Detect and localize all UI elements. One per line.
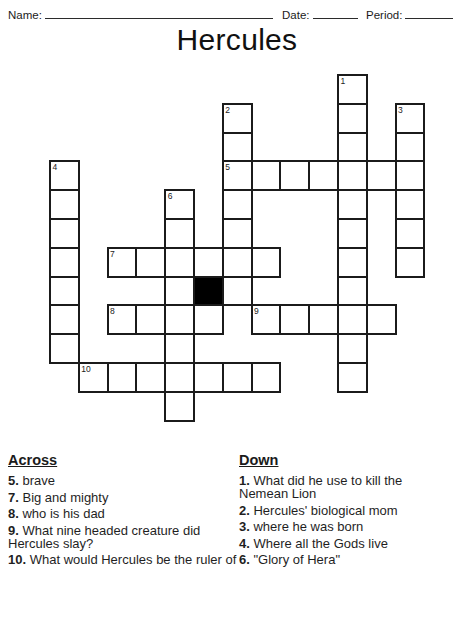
- clue-text: Big and mighty: [22, 490, 108, 505]
- clue-text: What did he use to kill the Nemean Lion: [239, 473, 402, 501]
- crossword-cell[interactable]: [395, 247, 426, 278]
- clue-number: 4.: [239, 536, 250, 551]
- crossword-cell[interactable]: [337, 333, 368, 364]
- crossword-cell[interactable]: [337, 189, 368, 220]
- crossword-cell[interactable]: 2: [222, 103, 253, 134]
- clue-text: "Glory of Hera": [253, 552, 340, 567]
- clue-number: 3.: [239, 519, 250, 534]
- date-label: Date:: [282, 9, 310, 21]
- crossword-cell[interactable]: 3: [395, 103, 426, 134]
- clue-text: who is his dad: [22, 506, 104, 521]
- crossword-cell[interactable]: [193, 362, 224, 393]
- cell-clue-number: 10: [81, 364, 90, 374]
- crossword-cell[interactable]: [337, 103, 368, 134]
- crossword-cell[interactable]: [49, 218, 80, 249]
- name-label: Name:: [8, 9, 42, 21]
- clue-number: 5.: [8, 473, 19, 488]
- crossword-cell[interactable]: [49, 189, 80, 220]
- name-field: Name:: [8, 7, 273, 21]
- name-blank-line[interactable]: [45, 7, 273, 19]
- clue-text: What would Hercules be the ruler of: [30, 552, 237, 567]
- down-clue-list: 1. What did he use to kill the Nemean Li…: [239, 474, 455, 566]
- crossword-black-cell: [193, 276, 224, 307]
- date-blank-line[interactable]: [313, 7, 358, 19]
- crossword-cell[interactable]: [135, 304, 166, 335]
- crossword-cell[interactable]: [49, 304, 80, 335]
- crossword-cell[interactable]: [49, 247, 80, 278]
- clue-number: 6.: [239, 552, 250, 567]
- down-header: Down: [239, 452, 455, 468]
- crossword-cell[interactable]: [164, 333, 195, 364]
- clue-down-6: 6. "Glory of Hera": [239, 553, 455, 566]
- crossword-cell[interactable]: [366, 304, 397, 335]
- crossword-cell[interactable]: [222, 218, 253, 249]
- crossword-cell[interactable]: [337, 362, 368, 393]
- crossword-cell[interactable]: 10: [78, 362, 109, 393]
- period-blank-line[interactable]: [405, 7, 453, 19]
- crossword-cell[interactable]: [279, 160, 310, 191]
- cell-clue-number: 9: [254, 306, 259, 316]
- crossword-cell[interactable]: [337, 132, 368, 163]
- crossword-cell[interactable]: [395, 132, 426, 163]
- cell-clue-number: 5: [225, 162, 230, 172]
- period-field: Period:: [366, 7, 453, 21]
- crossword-cell[interactable]: [395, 218, 426, 249]
- across-clue-list: 5. brave7. Big and mighty8. who is his d…: [8, 474, 238, 566]
- crossword-cell[interactable]: [222, 276, 253, 307]
- clue-text: where he was born: [253, 519, 363, 534]
- crossword-cell[interactable]: [49, 333, 80, 364]
- across-header: Across: [8, 452, 238, 468]
- crossword-cell[interactable]: [395, 160, 426, 191]
- cell-clue-number: 8: [110, 306, 115, 316]
- clue-across-10: 10. What would Hercules be the ruler of: [8, 553, 238, 566]
- crossword-cell[interactable]: [164, 218, 195, 249]
- cell-clue-number: 2: [225, 105, 230, 115]
- crossword-cell[interactable]: 7: [107, 247, 138, 278]
- cell-clue-number: 1: [341, 76, 346, 86]
- clue-number: 10.: [8, 552, 26, 567]
- crossword-cell[interactable]: [222, 189, 253, 220]
- crossword-grid: 12345678910: [50, 75, 425, 422]
- crossword-cell[interactable]: [222, 132, 253, 163]
- clue-down-1: 1. What did he use to kill the Nemean Li…: [239, 474, 455, 500]
- crossword-cell[interactable]: [193, 247, 224, 278]
- crossword-cell[interactable]: [337, 247, 368, 278]
- crossword-cell[interactable]: 5: [222, 160, 253, 191]
- crossword-cell[interactable]: [395, 189, 426, 220]
- crossword-worksheet: Name: Date: Period: Hercules 12345678910…: [0, 0, 474, 629]
- cell-clue-number: 4: [53, 162, 58, 172]
- period-label: Period:: [366, 9, 402, 21]
- crossword-cell[interactable]: [49, 276, 80, 307]
- crossword-cell[interactable]: [222, 247, 253, 278]
- crossword-cell[interactable]: [251, 362, 282, 393]
- crossword-cell[interactable]: [337, 276, 368, 307]
- crossword-cell[interactable]: [251, 247, 282, 278]
- crossword-cell[interactable]: [164, 362, 195, 393]
- crossword-cell[interactable]: [135, 247, 166, 278]
- cell-clue-number: 6: [168, 191, 173, 201]
- crossword-cell[interactable]: [366, 160, 397, 191]
- across-clues-section: Across 5. brave7. Big and mighty8. who i…: [8, 452, 238, 570]
- crossword-cell[interactable]: [308, 304, 339, 335]
- crossword-cell[interactable]: 9: [251, 304, 282, 335]
- clue-number: 7.: [8, 490, 19, 505]
- clue-across-9: 9. What nine headed creature did Hercule…: [8, 524, 238, 550]
- crossword-cell[interactable]: [164, 391, 195, 422]
- crossword-cell[interactable]: [164, 276, 195, 307]
- clue-down-2: 2. Hercules' biological mom: [239, 504, 455, 517]
- crossword-cell[interactable]: [337, 218, 368, 249]
- clue-number: 2.: [239, 503, 250, 518]
- crossword-cell[interactable]: [193, 304, 224, 335]
- crossword-cell[interactable]: 6: [164, 189, 195, 220]
- clue-text: Where all the Gods live: [253, 536, 387, 551]
- puzzle-title: Hercules: [0, 23, 474, 57]
- clue-text: brave: [22, 473, 55, 488]
- crossword-cell[interactable]: [164, 247, 195, 278]
- crossword-cell[interactable]: 4: [49, 160, 80, 191]
- crossword-cell[interactable]: [308, 160, 339, 191]
- clue-text: What nine headed creature did Hercules s…: [8, 523, 200, 551]
- crossword-cell[interactable]: [164, 304, 195, 335]
- clue-text: Hercules' biological mom: [253, 503, 397, 518]
- crossword-cell[interactable]: [337, 304, 368, 335]
- crossword-cell[interactable]: 1: [337, 74, 368, 105]
- crossword-cell[interactable]: [251, 160, 282, 191]
- clue-number: 8.: [8, 506, 19, 521]
- down-clues-section: Down 1. What did he use to kill the Neme…: [239, 452, 455, 570]
- crossword-cell[interactable]: [135, 362, 166, 393]
- crossword-cell[interactable]: [279, 304, 310, 335]
- crossword-cell[interactable]: [337, 160, 368, 191]
- clue-down-3: 3. where he was born: [239, 520, 455, 533]
- date-field: Date:: [282, 7, 358, 21]
- crossword-cell[interactable]: 8: [107, 304, 138, 335]
- crossword-cell[interactable]: [107, 362, 138, 393]
- clue-across-5: 5. brave: [8, 474, 238, 487]
- clue-across-7: 7. Big and mighty: [8, 491, 238, 504]
- clue-down-4: 4. Where all the Gods live: [239, 537, 455, 550]
- cell-clue-number: 3: [398, 105, 403, 115]
- clue-across-8: 8. who is his dad: [8, 507, 238, 520]
- crossword-cell[interactable]: [222, 362, 253, 393]
- cell-clue-number: 7: [110, 249, 115, 259]
